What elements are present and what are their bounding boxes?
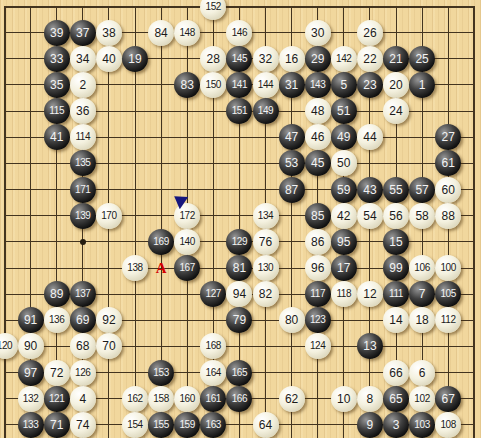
go-stone-white: 62 <box>279 386 305 412</box>
move-number: 138 <box>127 263 143 273</box>
move-number: 26 <box>363 27 376 39</box>
go-stone-black: 161 <box>200 386 226 412</box>
move-number: 81 <box>233 262 246 274</box>
go-stone-white: 146 <box>226 20 252 46</box>
move-number: 6 <box>419 367 426 379</box>
go-stone-black: 43 <box>357 177 383 203</box>
move-number: 29 <box>311 53 324 65</box>
grid-vline <box>4 6 6 438</box>
go-stone-black: 105 <box>435 281 461 307</box>
go-stone-white: 86 <box>305 229 331 255</box>
move-number: 90 <box>24 340 37 352</box>
move-number: 135 <box>75 158 91 168</box>
go-stone-black: 111 <box>383 281 409 307</box>
move-number: 115 <box>49 106 64 116</box>
move-number: 106 <box>414 263 430 273</box>
move-number: 153 <box>153 368 169 378</box>
go-stone-black: 17 <box>331 255 357 281</box>
go-stone-white: 168 <box>200 333 226 359</box>
move-number: 1 <box>419 79 426 91</box>
go-stone-black: 51 <box>331 98 357 124</box>
move-number: 111 <box>389 289 403 299</box>
move-number: 40 <box>102 53 115 65</box>
move-number: 5 <box>340 79 347 91</box>
move-number: 117 <box>310 289 325 299</box>
move-number: 168 <box>206 341 222 351</box>
move-number: 161 <box>206 394 222 404</box>
go-stone-black: 25 <box>409 46 435 72</box>
move-number: 136 <box>49 315 65 325</box>
go-stone-black: 53 <box>279 150 305 176</box>
go-stone-white: 100 <box>435 255 461 281</box>
move-number: 86 <box>311 236 324 248</box>
go-stone-black: 47 <box>279 124 305 150</box>
go-stone-black: 87 <box>279 177 305 203</box>
go-stone-black: 169 <box>148 229 174 255</box>
go-stone-white: 24 <box>383 98 409 124</box>
move-number: 118 <box>336 289 351 299</box>
go-stone-white: 134 <box>253 203 279 229</box>
move-number: 84 <box>154 27 167 39</box>
go-stone-white: 64 <box>253 412 279 438</box>
go-stone-black: 49 <box>331 124 357 150</box>
move-number: 165 <box>232 368 248 378</box>
move-number: 80 <box>285 314 298 326</box>
move-number: 146 <box>232 28 248 38</box>
go-stone-white: 32 <box>253 46 279 72</box>
move-number: 55 <box>389 184 402 196</box>
go-stone-black: 39 <box>44 20 70 46</box>
go-stone-white: 160 <box>174 386 200 412</box>
go-stone-black: 141 <box>226 72 252 98</box>
go-stone-black: 69 <box>70 307 96 333</box>
go-stone-black: 81 <box>226 255 252 281</box>
go-stone-white: 10 <box>331 386 357 412</box>
move-number: 142 <box>336 54 352 64</box>
go-stone-white: 74 <box>70 412 96 438</box>
go-stone-black: 23 <box>357 72 383 98</box>
move-number: 89 <box>50 288 63 300</box>
move-number: 33 <box>50 53 63 65</box>
go-stone-white: 46 <box>305 124 331 150</box>
move-number: 97 <box>24 367 37 379</box>
move-number: 27 <box>442 131 455 143</box>
move-number: 124 <box>310 341 326 351</box>
go-stone-white: 130 <box>253 255 279 281</box>
go-stone-black: 117 <box>305 281 331 307</box>
move-number: 7 <box>419 288 426 300</box>
move-number: 24 <box>389 105 402 117</box>
go-stone-black: 115 <box>44 98 70 124</box>
move-number: 170 <box>101 211 117 221</box>
move-number: 103 <box>414 420 430 430</box>
move-number: 34 <box>76 53 89 65</box>
star-point <box>80 239 86 245</box>
move-number: 19 <box>128 53 141 65</box>
move-number: 65 <box>389 393 402 405</box>
go-stone-white: 72 <box>44 360 70 386</box>
move-number: 132 <box>23 394 39 404</box>
go-stone-black: 137 <box>70 281 96 307</box>
go-stone-white: 82 <box>253 281 279 307</box>
move-number: 15 <box>389 236 402 248</box>
move-number: 120 <box>0 341 12 351</box>
go-stone-white: 6 <box>409 360 435 386</box>
go-stone-white: 154 <box>122 412 148 438</box>
move-number: 172 <box>179 211 195 221</box>
move-number: 32 <box>259 53 272 65</box>
move-number: 12 <box>363 288 376 300</box>
move-number: 14 <box>389 314 402 326</box>
move-number: 16 <box>285 53 298 65</box>
go-stone-white: 112 <box>435 307 461 333</box>
go-stone-black: 65 <box>383 386 409 412</box>
move-number: 23 <box>363 79 376 91</box>
go-stone-black: 153 <box>148 360 174 386</box>
go-stone-black: 33 <box>44 46 70 72</box>
go-stone-white: 30 <box>305 20 331 46</box>
move-number: 35 <box>50 79 63 91</box>
go-stone-white: 152 <box>200 0 226 20</box>
move-number: 74 <box>76 419 89 431</box>
go-stone-white: 132 <box>18 386 44 412</box>
move-number: 166 <box>232 394 248 404</box>
move-number: 141 <box>232 80 248 90</box>
go-stone-black: 1 <box>409 72 435 98</box>
move-number: 41 <box>50 131 63 143</box>
go-stone-black: 166 <box>226 386 252 412</box>
go-stone-black: 55 <box>383 177 409 203</box>
go-stone-black: 19 <box>122 46 148 72</box>
go-stone-white: 120 <box>0 333 18 359</box>
move-number: 38 <box>102 27 115 39</box>
move-number: 126 <box>75 368 91 378</box>
move-number: 167 <box>179 263 195 273</box>
go-stone-white: 50 <box>331 150 357 176</box>
go-stone-black: 171 <box>70 177 96 203</box>
go-stone-white: 94 <box>226 281 252 307</box>
go-stone-black: 71 <box>44 412 70 438</box>
move-number: 66 <box>389 367 402 379</box>
go-stone-white: 84 <box>148 20 174 46</box>
move-number: 134 <box>258 211 274 221</box>
go-stone-black: 13 <box>357 333 383 359</box>
go-stone-white: 22 <box>357 46 383 72</box>
move-number: 71 <box>50 419 63 431</box>
move-number: 158 <box>153 394 169 404</box>
go-stone-white: 54 <box>357 203 383 229</box>
move-number: 50 <box>337 157 350 169</box>
move-number: 95 <box>337 236 350 248</box>
move-number: 140 <box>179 237 195 247</box>
annotation-label-a: A <box>156 260 167 277</box>
go-stone-white: 144 <box>253 72 279 98</box>
go-stone-white: 28 <box>200 46 226 72</box>
go-stone-white: 26 <box>357 20 383 46</box>
go-stone-white: 16 <box>279 46 305 72</box>
move-number: 88 <box>442 210 455 222</box>
move-number: 69 <box>76 314 89 326</box>
go-stone-black: 83 <box>174 72 200 98</box>
go-stone-white: 138 <box>122 255 148 281</box>
move-number: 2 <box>79 79 86 91</box>
go-stone-black: 41 <box>44 124 70 150</box>
go-stone-white: 114 <box>70 124 96 150</box>
grid-vline <box>473 6 475 438</box>
move-number: 152 <box>206 2 222 12</box>
move-number: 149 <box>258 106 274 116</box>
go-board[interactable]: 1523937388414814630263334401928145321629… <box>0 0 481 438</box>
move-number: 129 <box>232 237 248 247</box>
go-stone-white: 106 <box>409 255 435 281</box>
move-number: 151 <box>232 106 248 116</box>
go-stone-white: 118 <box>331 281 357 307</box>
go-stone-white: 88 <box>435 203 461 229</box>
move-number: 121 <box>49 394 65 404</box>
go-stone-white: 102 <box>409 386 435 412</box>
go-stone-black: 145 <box>226 46 252 72</box>
go-stone-black: 165 <box>226 360 252 386</box>
go-stone-white: 68 <box>70 333 96 359</box>
move-number: 43 <box>363 184 376 196</box>
go-stone-white: 172 <box>174 203 200 229</box>
move-number: 62 <box>285 393 298 405</box>
go-stone-black: 159 <box>174 412 200 438</box>
move-number: 64 <box>259 419 272 431</box>
go-stone-white: 96 <box>305 255 331 281</box>
go-stone-white: 2 <box>70 72 96 98</box>
go-stone-black: 103 <box>409 412 435 438</box>
go-stone-black: 121 <box>44 386 70 412</box>
go-stone-black: 95 <box>331 229 357 255</box>
move-number: 108 <box>440 420 456 430</box>
go-stone-white: 136 <box>44 307 70 333</box>
go-stone-black: 139 <box>70 203 96 229</box>
move-number: 144 <box>258 80 274 90</box>
go-stone-white: 42 <box>331 203 357 229</box>
go-stone-white: 40 <box>96 46 122 72</box>
move-number: 155 <box>153 420 169 430</box>
go-stone-black: 21 <box>383 46 409 72</box>
go-stone-black: 127 <box>200 281 226 307</box>
move-number: 76 <box>259 236 272 248</box>
go-stone-black: 133 <box>18 412 44 438</box>
move-number: 72 <box>50 367 63 379</box>
move-number: 85 <box>311 210 324 222</box>
move-number: 47 <box>285 131 298 143</box>
move-number: 53 <box>285 157 298 169</box>
go-stone-black: 167 <box>174 255 200 281</box>
move-number: 10 <box>337 393 350 405</box>
move-number: 123 <box>310 315 326 325</box>
go-stone-white: 38 <box>96 20 122 46</box>
move-number: 94 <box>233 288 246 300</box>
move-number: 139 <box>75 211 91 221</box>
move-number: 91 <box>24 314 37 326</box>
move-number: 42 <box>337 210 350 222</box>
move-number: 159 <box>179 420 195 430</box>
go-stone-white: 92 <box>96 307 122 333</box>
move-number: 79 <box>233 314 246 326</box>
move-number: 82 <box>259 288 272 300</box>
go-stone-black: 155 <box>148 412 174 438</box>
go-stone-black: 35 <box>44 72 70 98</box>
go-stone-white: 12 <box>357 281 383 307</box>
go-stone-white: 164 <box>200 360 226 386</box>
go-stone-white: 66 <box>383 360 409 386</box>
go-stone-black: 57 <box>409 177 435 203</box>
move-number: 87 <box>285 184 298 196</box>
move-number: 169 <box>153 237 169 247</box>
move-number: 164 <box>206 368 222 378</box>
go-stone-white: 162 <box>122 386 148 412</box>
move-number: 57 <box>415 184 428 196</box>
go-stone-black: 151 <box>226 98 252 124</box>
go-stone-black: 89 <box>44 281 70 307</box>
go-stone-white: 76 <box>253 229 279 255</box>
go-stone-black: 163 <box>200 412 226 438</box>
move-number: 3 <box>393 419 400 431</box>
go-stone-black: 15 <box>383 229 409 255</box>
move-number: 133 <box>23 420 39 430</box>
go-stone-white: 14 <box>383 307 409 333</box>
move-number: 145 <box>232 54 248 64</box>
go-stone-white: 70 <box>96 333 122 359</box>
move-number: 92 <box>102 314 115 326</box>
go-stone-black: 149 <box>253 98 279 124</box>
move-number: 8 <box>367 393 374 405</box>
go-stone-black: 67 <box>435 386 461 412</box>
move-number: 61 <box>442 157 455 169</box>
go-stone-white: 126 <box>70 360 96 386</box>
move-number: 51 <box>337 105 350 117</box>
move-number: 148 <box>179 28 195 38</box>
move-number: 59 <box>337 184 350 196</box>
move-number: 56 <box>389 210 402 222</box>
move-number: 150 <box>206 80 222 90</box>
go-stone-black: 97 <box>18 360 44 386</box>
go-stone-black: 27 <box>435 124 461 150</box>
move-number: 54 <box>363 210 376 222</box>
go-stone-white: 34 <box>70 46 96 72</box>
go-stone-white: 20 <box>383 72 409 98</box>
move-number: 114 <box>75 132 90 142</box>
move-number: 18 <box>415 314 428 326</box>
go-stone-black: 9 <box>357 412 383 438</box>
go-stone-black: 135 <box>70 150 96 176</box>
move-number: 17 <box>337 262 350 274</box>
move-number: 45 <box>311 157 324 169</box>
go-stone-black: 31 <box>279 72 305 98</box>
go-stone-white: 142 <box>331 46 357 72</box>
move-number: 44 <box>363 131 376 143</box>
move-number: 49 <box>337 131 350 143</box>
move-number: 20 <box>389 79 402 91</box>
go-stone-white: 36 <box>70 98 96 124</box>
go-stone-black: 45 <box>305 150 331 176</box>
go-stone-white: 148 <box>174 20 200 46</box>
go-stone-white: 108 <box>435 412 461 438</box>
go-stone-white: 58 <box>409 203 435 229</box>
move-number: 171 <box>75 185 91 195</box>
move-number: 143 <box>310 80 326 90</box>
go-stone-white: 60 <box>435 177 461 203</box>
move-number: 25 <box>415 53 428 65</box>
move-number: 70 <box>102 340 115 352</box>
go-stone-black: 61 <box>435 150 461 176</box>
go-stone-black: 79 <box>226 307 252 333</box>
move-number: 68 <box>76 340 89 352</box>
move-number: 21 <box>389 53 402 65</box>
move-number: 96 <box>311 262 324 274</box>
go-stone-white: 56 <box>383 203 409 229</box>
go-stone-white: 4 <box>70 386 96 412</box>
move-number: 83 <box>181 79 194 91</box>
move-number: 31 <box>285 79 298 91</box>
go-stone-white: 18 <box>409 307 435 333</box>
move-number: 130 <box>258 263 274 273</box>
move-number: 100 <box>440 263 456 273</box>
go-stone-white: 170 <box>96 203 122 229</box>
go-stone-black: 3 <box>383 412 409 438</box>
go-stone-black: 29 <box>305 46 331 72</box>
move-number: 127 <box>206 289 222 299</box>
move-number: 36 <box>76 105 89 117</box>
move-number: 22 <box>363 53 376 65</box>
move-number: 105 <box>440 289 456 299</box>
go-stone-black: 37 <box>70 20 96 46</box>
go-stone-black: 5 <box>331 72 357 98</box>
move-number: 102 <box>414 394 430 404</box>
move-number: 37 <box>76 27 89 39</box>
go-stone-white: 44 <box>357 124 383 150</box>
move-number: 9 <box>367 419 374 431</box>
move-number: 39 <box>50 27 63 39</box>
go-stone-black: 91 <box>18 307 44 333</box>
go-stone-black: 129 <box>226 229 252 255</box>
move-number: 48 <box>311 105 324 117</box>
move-number: 67 <box>442 393 455 405</box>
move-number: 162 <box>127 394 143 404</box>
move-number: 46 <box>311 131 324 143</box>
go-stone-white: 158 <box>148 386 174 412</box>
go-stone-black: 7 <box>409 281 435 307</box>
move-number: 154 <box>127 420 143 430</box>
go-stone-black: 123 <box>305 307 331 333</box>
go-stone-white: 48 <box>305 98 331 124</box>
go-stone-black: 99 <box>383 255 409 281</box>
move-number: 160 <box>179 394 195 404</box>
go-stone-white: 80 <box>279 307 305 333</box>
go-stone-white: 140 <box>174 229 200 255</box>
move-number: 137 <box>75 289 91 299</box>
go-stone-white: 150 <box>200 72 226 98</box>
move-number: 163 <box>206 420 222 430</box>
go-stone-white: 124 <box>305 333 331 359</box>
move-number: 28 <box>207 53 220 65</box>
move-number: 99 <box>389 262 402 274</box>
move-number: 112 <box>441 315 456 325</box>
go-stone-black: 59 <box>331 177 357 203</box>
go-stone-white: 90 <box>18 333 44 359</box>
move-number: 58 <box>415 210 428 222</box>
move-number: 60 <box>442 184 455 196</box>
move-number: 30 <box>311 27 324 39</box>
move-number: 4 <box>79 393 86 405</box>
go-stone-black: 143 <box>305 72 331 98</box>
go-stone-black: 85 <box>305 203 331 229</box>
go-stone-white: 8 <box>357 386 383 412</box>
